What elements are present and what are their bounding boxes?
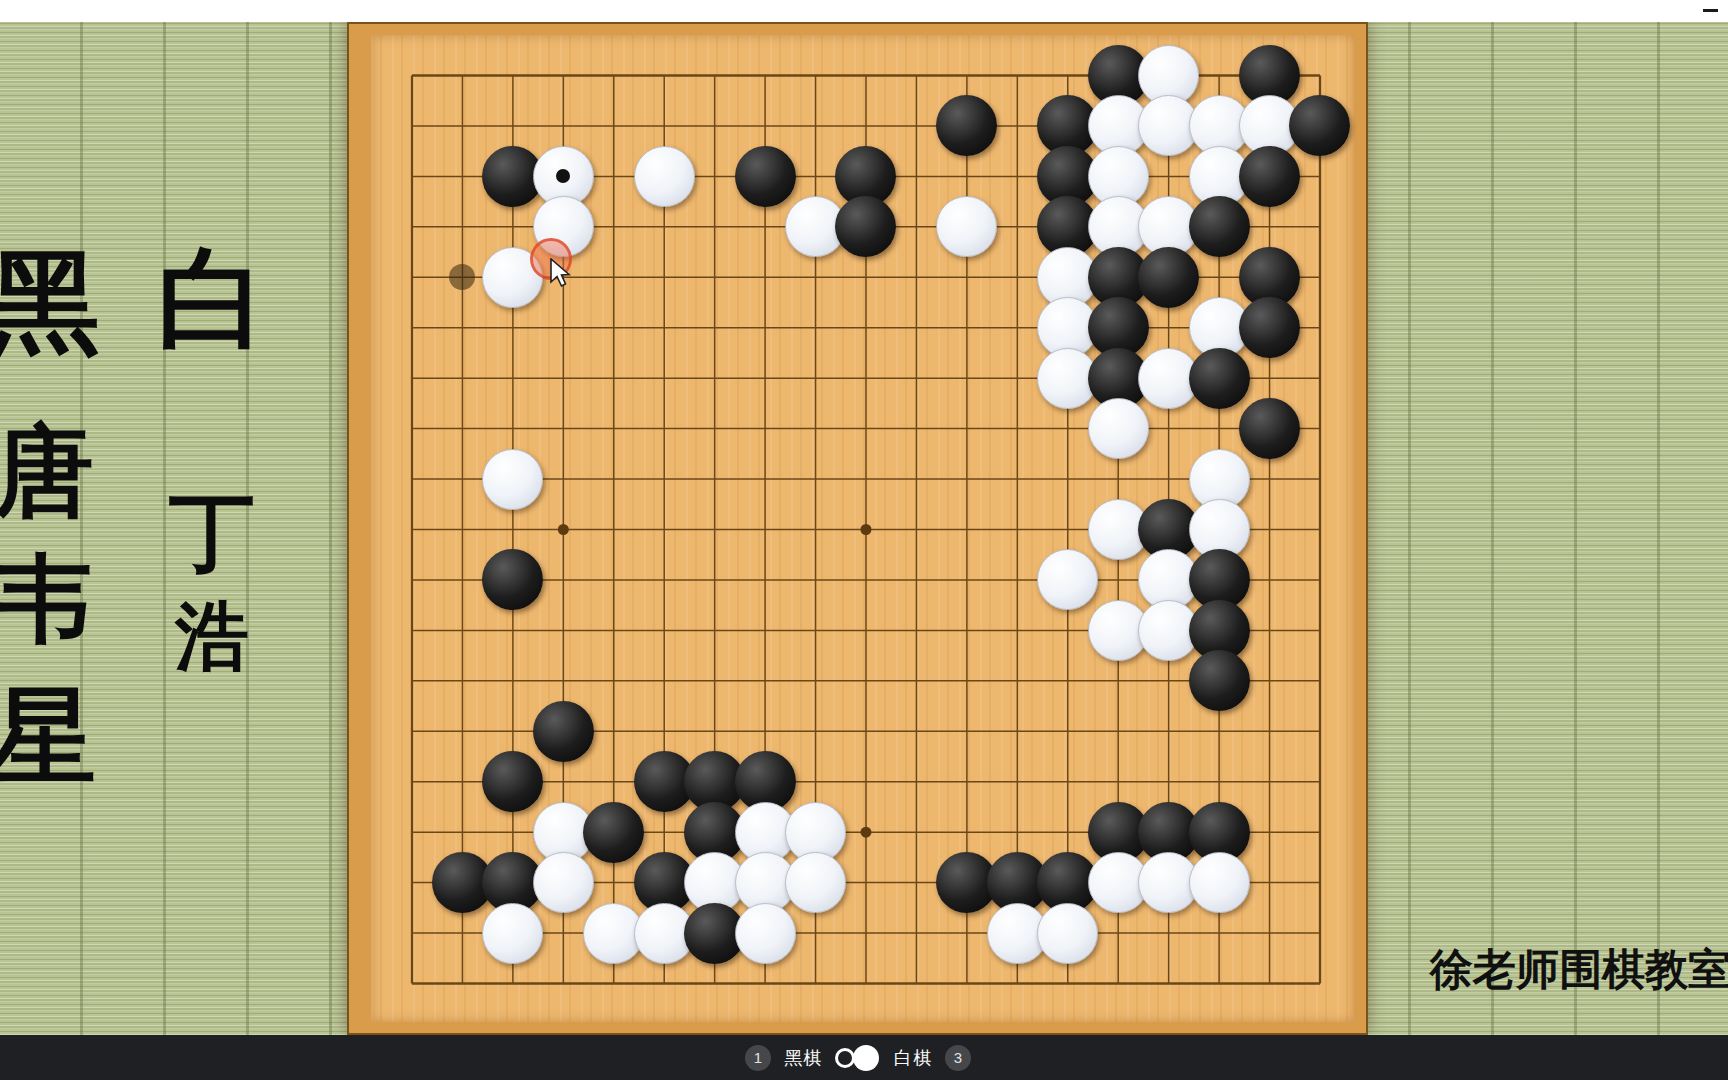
black-stone [1189, 196, 1250, 257]
black-stone [533, 701, 594, 762]
black-stone [1239, 146, 1300, 207]
player-char: 星 [0, 684, 102, 788]
white-stone [482, 903, 543, 964]
black-stone [583, 802, 644, 863]
black-stones-label: 黑棋 [784, 1046, 822, 1070]
black-stone [1239, 398, 1300, 459]
window-titlebar [0, 0, 1728, 22]
toggle-white-knob-icon [853, 1045, 879, 1071]
player-char: 丁 [156, 489, 268, 575]
black-stone [1138, 247, 1199, 308]
white-count-badge: 3 [945, 1045, 971, 1071]
white-player-column: 白丁浩 [156, 0, 268, 760]
player-char: 浩 [156, 600, 268, 674]
black-stone [735, 146, 796, 207]
toggle-black-ring-icon [835, 1048, 855, 1068]
stone-color-toggle[interactable] [835, 1045, 881, 1071]
white-stone [735, 903, 796, 964]
bottom-control-bar: 1 黑棋 白棋 3 [0, 1035, 1728, 1080]
player-char: 白 [156, 244, 268, 354]
mouse-cursor-icon [549, 258, 575, 288]
player-char: 唐 [0, 421, 102, 521]
minimize-icon[interactable] [1703, 9, 1718, 12]
white-stone [482, 449, 543, 510]
black-stone [1189, 348, 1250, 409]
white-stone [1088, 398, 1149, 459]
white-stone [634, 146, 695, 207]
classroom-watermark: 徐老师围棋教室 [1430, 941, 1728, 999]
player-char: 黑 [0, 247, 102, 359]
white-stone [1037, 903, 1098, 964]
white-stones-label: 白棋 [894, 1046, 932, 1070]
go-board[interactable] [347, 22, 1368, 1035]
black-count-badge: 1 [745, 1045, 771, 1071]
black-stone [1189, 650, 1250, 711]
white-stone [533, 852, 594, 913]
player-char: 韦 [0, 551, 102, 647]
white-stone [1189, 852, 1250, 913]
white-stone [785, 852, 846, 913]
black-stone [1239, 297, 1300, 358]
black-player-column: 黑唐韦星 [0, 0, 102, 900]
